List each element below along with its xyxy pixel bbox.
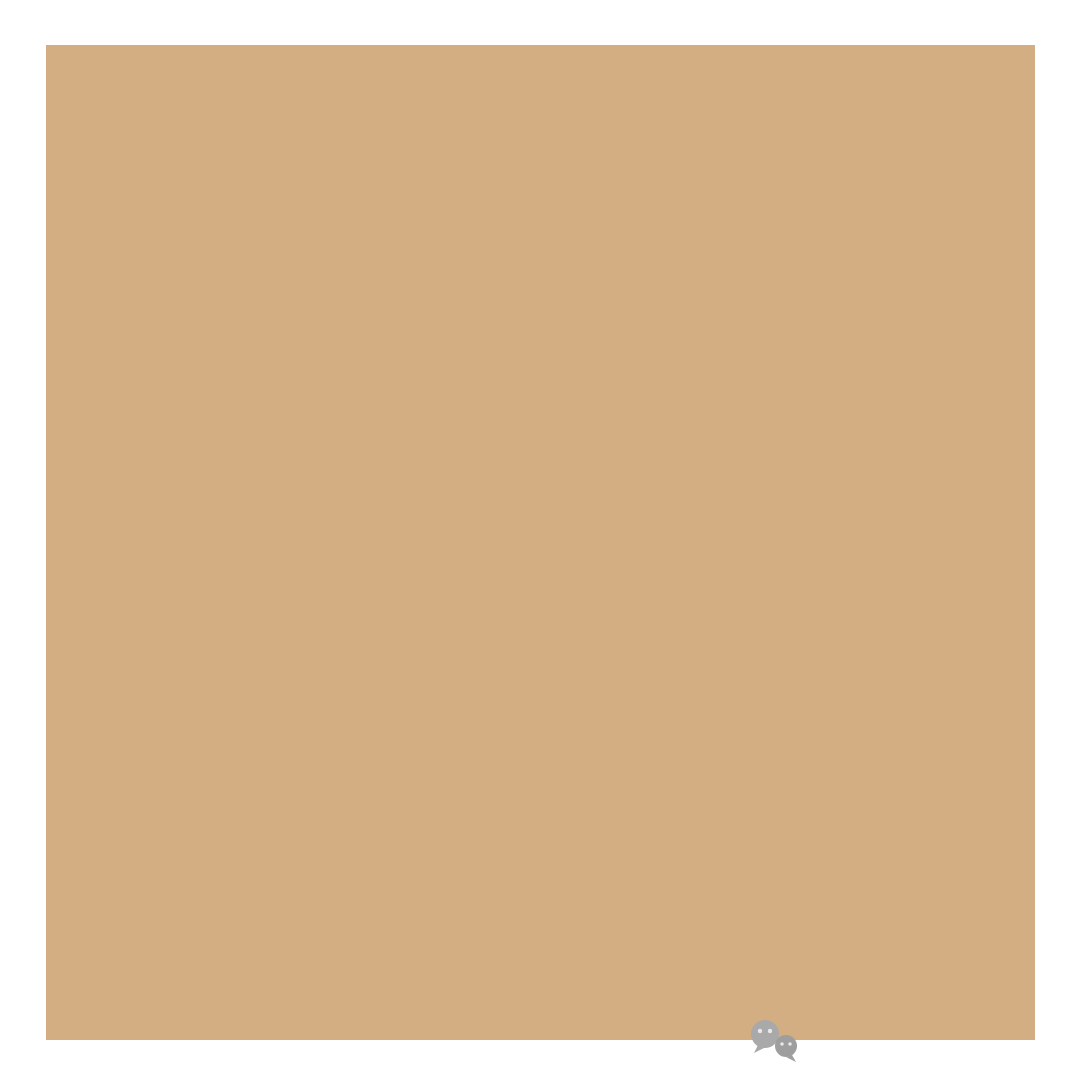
goban [46,45,1035,1040]
page [0,0,1080,1080]
stones-grid [52,52,1027,1027]
